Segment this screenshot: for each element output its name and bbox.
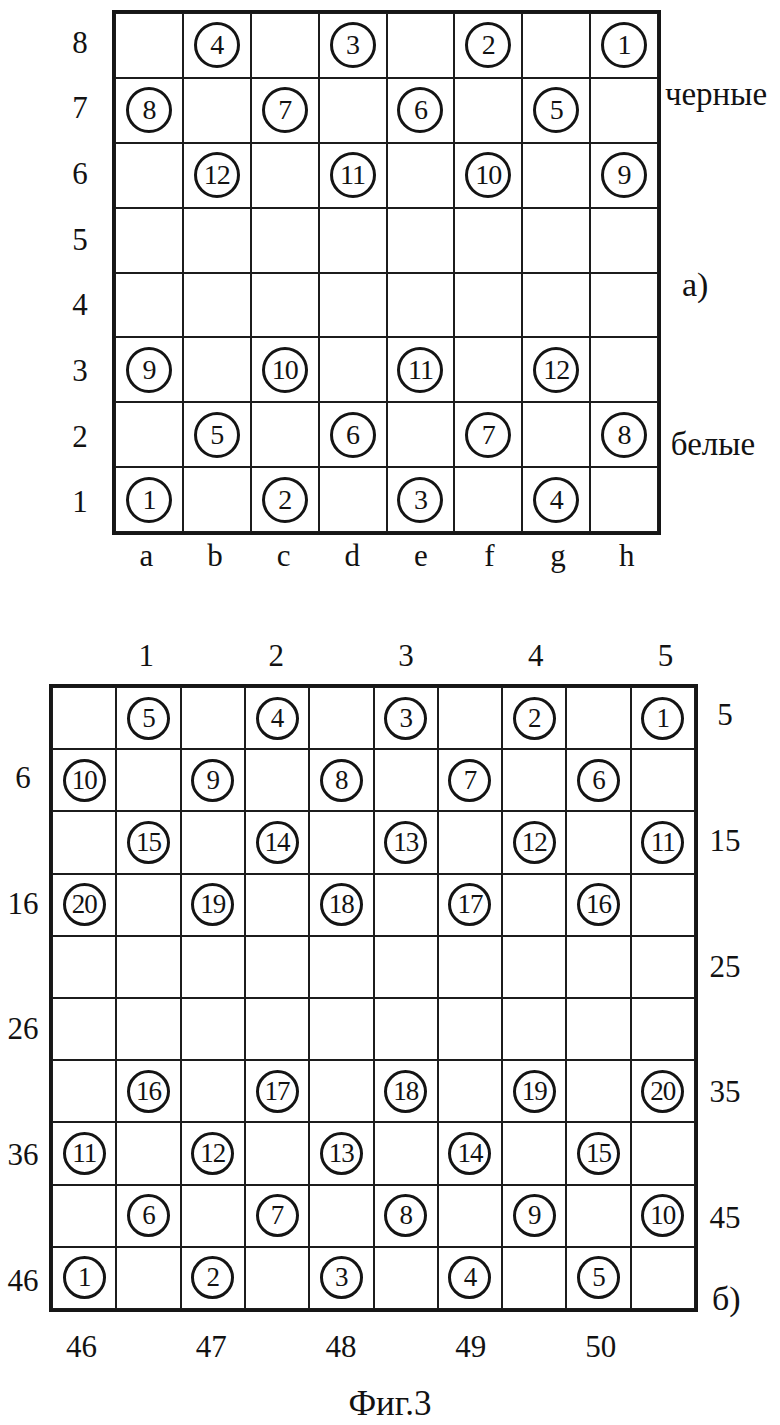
a-cell-b8: 4 <box>183 13 251 78</box>
a-cell-d7 <box>319 78 387 143</box>
b-square-43: 8 <box>374 1185 438 1247</box>
b-cell-r10c2 <box>116 1247 180 1309</box>
piece-number: 1 <box>601 22 647 68</box>
piece-number: 6 <box>397 87 443 133</box>
b-square-37: 12 <box>181 1122 245 1184</box>
b-cell-r6c6 <box>374 998 438 1060</box>
b-square-28 <box>309 998 373 1060</box>
a-cell-g1: 4 <box>522 467 590 532</box>
piece-number: 11 <box>641 821 684 864</box>
b-cell-r4c4 <box>245 874 309 936</box>
a-cell-e4 <box>387 273 455 338</box>
a-cell-d3 <box>319 337 387 402</box>
board-b-10x10: 5432110987615141312112019181716161718192… <box>49 684 698 1312</box>
a-cell-d2: 6 <box>319 402 387 467</box>
b-cell-r10c8 <box>502 1247 566 1309</box>
b-cell-r7c9 <box>566 1060 630 1122</box>
board-b-right-row-labels-45: 45 <box>700 1186 750 1249</box>
piece-number: 8 <box>601 412 647 458</box>
piece-number: 6 <box>127 1194 170 1237</box>
black-side-label: черные <box>652 76 780 113</box>
piece-number: 15 <box>127 821 170 864</box>
piece-number: 8 <box>384 1194 427 1237</box>
a-cell-a7: 8 <box>115 78 183 143</box>
piece-number: 6 <box>330 412 376 458</box>
piece-number: 9 <box>126 347 172 393</box>
board-b-top-column-labels-5: 5 <box>633 632 698 680</box>
b-square-11: 15 <box>116 811 180 873</box>
b-cell-r9c1 <box>52 1185 116 1247</box>
b-cell-r6c4 <box>245 998 309 1060</box>
b-square-9: 7 <box>438 749 502 811</box>
a-cell-c1: 2 <box>251 467 319 532</box>
board-b-right-row-labels: 515253545 <box>700 684 750 1312</box>
piece-number: 9 <box>513 1194 556 1237</box>
board-b-right-row-labels-5: 5 <box>700 684 750 747</box>
a-cell-f4 <box>454 273 522 338</box>
piece-number: 7 <box>256 1194 299 1237</box>
board-a-rank-labels-1: 1 <box>55 469 105 535</box>
a-cell-g6 <box>522 143 590 208</box>
b-square-7: 9 <box>181 749 245 811</box>
a-cell-b7 <box>183 78 251 143</box>
b-square-6: 10 <box>52 749 116 811</box>
a-cell-a5 <box>115 208 183 273</box>
piece-number: 4 <box>194 22 240 68</box>
piece-number: 16 <box>577 883 620 926</box>
a-cell-b5 <box>183 208 251 273</box>
piece-number: 12 <box>533 347 579 393</box>
piece-number: 8 <box>320 759 363 802</box>
piece-number: 11 <box>397 347 443 393</box>
b-square-1: 5 <box>116 687 180 749</box>
b-square-34: 19 <box>502 1060 566 1122</box>
piece-number: 17 <box>448 883 491 926</box>
a-cell-f8: 2 <box>454 13 522 78</box>
a-cell-g3: 12 <box>522 337 590 402</box>
b-cell-r2c8 <box>502 749 566 811</box>
piece-number: 19 <box>191 883 234 926</box>
b-square-41: 6 <box>116 1185 180 1247</box>
piece-number: 12 <box>513 821 556 864</box>
piece-number: 10 <box>641 1194 684 1237</box>
b-square-29 <box>438 998 502 1060</box>
b-cell-r5c7 <box>438 936 502 998</box>
b-square-35: 20 <box>631 1060 695 1122</box>
a-cell-b4 <box>183 273 251 338</box>
b-square-10: 6 <box>566 749 630 811</box>
b-cell-r9c3 <box>181 1185 245 1247</box>
a-cell-f6: 10 <box>454 143 522 208</box>
a-cell-f3 <box>454 337 522 402</box>
a-cell-f2: 7 <box>454 402 522 467</box>
board-a-file-labels-a: a <box>112 535 181 577</box>
piece-number: 17 <box>256 1070 299 1113</box>
piece-number: 15 <box>577 1132 620 1175</box>
b-cell-r8c6 <box>374 1122 438 1184</box>
a-cell-g7: 5 <box>522 78 590 143</box>
b-cell-r4c2 <box>116 874 180 936</box>
b-square-48: 3 <box>309 1247 373 1309</box>
piece-number: 18 <box>384 1070 427 1113</box>
b-square-39: 14 <box>438 1122 502 1184</box>
b-square-2: 4 <box>245 687 309 749</box>
board-a-8x8: 432187651211109910111256781234 <box>112 10 661 535</box>
b-cell-r7c5 <box>309 1060 373 1122</box>
b-cell-r6c2 <box>116 998 180 1060</box>
a-cell-b3 <box>183 337 251 402</box>
piece-number: 10 <box>63 759 106 802</box>
a-cell-g8 <box>522 13 590 78</box>
piece-number: 4 <box>448 1256 491 1299</box>
a-cell-g4 <box>522 273 590 338</box>
a-cell-e7: 6 <box>387 78 455 143</box>
b-cell-r7c1 <box>52 1060 116 1122</box>
piece-number: 14 <box>256 821 299 864</box>
a-cell-c5 <box>251 208 319 273</box>
piece-number: 10 <box>262 347 308 393</box>
a-cell-b2: 5 <box>183 402 251 467</box>
board-b-right-row-labels-15: 15 <box>700 810 750 873</box>
a-cell-a8 <box>115 13 183 78</box>
b-cell-r4c6 <box>374 874 438 936</box>
b-cell-r6c10 <box>631 998 695 1060</box>
piece-number: 5 <box>194 412 240 458</box>
board-a-file-labels-e: e <box>387 535 456 577</box>
a-cell-c3: 10 <box>251 337 319 402</box>
b-square-36: 11 <box>52 1122 116 1184</box>
a-cell-h1 <box>590 467 658 532</box>
b-square-45: 10 <box>631 1185 695 1247</box>
board-b-bottom-column-labels: 4647484950 <box>49 1322 698 1372</box>
b-cell-r9c9 <box>566 1185 630 1247</box>
a-cell-b1 <box>183 467 251 532</box>
a-cell-e3: 11 <box>387 337 455 402</box>
b-cell-r7c3 <box>181 1060 245 1122</box>
piece-number: 3 <box>330 22 376 68</box>
b-square-14: 12 <box>502 811 566 873</box>
piece-number: 2 <box>465 22 511 68</box>
a-cell-c4 <box>251 273 319 338</box>
piece-number: 2 <box>262 477 308 523</box>
a-cell-h6: 9 <box>590 143 658 208</box>
a-cell-h8: 1 <box>590 13 658 78</box>
board-a-rank-labels-6: 6 <box>55 141 105 207</box>
b-square-25 <box>631 936 695 998</box>
a-cell-c2 <box>251 402 319 467</box>
b-square-40: 15 <box>566 1122 630 1184</box>
piece-number: 20 <box>63 883 106 926</box>
b-cell-r10c6 <box>374 1247 438 1309</box>
a-cell-c8 <box>251 13 319 78</box>
piece-number: 11 <box>63 1132 106 1175</box>
b-square-13: 13 <box>374 811 438 873</box>
a-cell-d6: 11 <box>319 143 387 208</box>
piece-number: 18 <box>320 883 363 926</box>
piece-number: 5 <box>127 697 170 740</box>
board-a-file-labels-b: b <box>181 535 250 577</box>
board-b-bottom-column-labels-46: 46 <box>49 1322 114 1372</box>
board-a-rank-labels-4: 4 <box>55 273 105 339</box>
a-cell-h3 <box>590 337 658 402</box>
b-cell-r4c8 <box>502 874 566 936</box>
b-square-8: 8 <box>309 749 373 811</box>
board-b-top-column-labels-3: 3 <box>374 632 439 680</box>
piece-number: 10 <box>465 152 511 198</box>
board-b-bottom-column-labels-48: 48 <box>309 1322 374 1372</box>
b-cell-r10c10 <box>631 1247 695 1309</box>
a-cell-a3: 9 <box>115 337 183 402</box>
b-cell-r5c3 <box>181 936 245 998</box>
a-cell-e2 <box>387 402 455 467</box>
b-square-50: 5 <box>566 1247 630 1309</box>
piece-number: 7 <box>465 412 511 458</box>
figure-page: 87654321 432187651211109910111256781234 … <box>0 0 780 1425</box>
b-square-18: 18 <box>309 874 373 936</box>
b-square-15: 11 <box>631 811 695 873</box>
b-square-17: 19 <box>181 874 245 936</box>
piece-number: 3 <box>384 697 427 740</box>
a-cell-a1: 1 <box>115 467 183 532</box>
b-cell-r9c7 <box>438 1185 502 1247</box>
b-square-26 <box>52 998 116 1060</box>
b-cell-r3c5 <box>309 811 373 873</box>
b-square-4: 2 <box>502 687 566 749</box>
b-square-12: 14 <box>245 811 309 873</box>
board-b-top-column-labels-4: 4 <box>503 632 568 680</box>
board-a-file-labels-h: h <box>592 535 661 577</box>
b-square-20: 16 <box>566 874 630 936</box>
board-b-right-row-labels-25: 25 <box>700 935 750 998</box>
piece-number: 9 <box>191 759 234 802</box>
piece-number: 11 <box>330 152 376 198</box>
b-square-49: 4 <box>438 1247 502 1309</box>
board-b-label: б) <box>712 1280 741 1318</box>
board-a-label: а) <box>682 266 708 304</box>
b-square-33: 18 <box>374 1060 438 1122</box>
a-cell-c6 <box>251 143 319 208</box>
piece-number: 8 <box>126 87 172 133</box>
b-square-46: 1 <box>52 1247 116 1309</box>
board-b-top-column-labels-2: 2 <box>244 632 309 680</box>
board-a-rank-labels-8: 8 <box>55 10 105 76</box>
b-cell-r6c8 <box>502 998 566 1060</box>
board-a-rank-labels-2: 2 <box>55 404 105 470</box>
a-cell-f1 <box>454 467 522 532</box>
b-square-30 <box>566 998 630 1060</box>
b-square-27 <box>181 998 245 1060</box>
b-square-22 <box>245 936 309 998</box>
a-cell-g5 <box>522 208 590 273</box>
board-b-top-column-labels: 12345 <box>49 632 698 680</box>
b-cell-r8c10 <box>631 1122 695 1184</box>
b-cell-r10c4 <box>245 1247 309 1309</box>
piece-number: 3 <box>397 477 443 523</box>
a-cell-f7 <box>454 78 522 143</box>
figure-caption: Фиг.3 <box>0 1384 780 1424</box>
a-cell-h5 <box>590 208 658 273</box>
board-b-bottom-column-labels-49: 49 <box>438 1322 503 1372</box>
a-cell-a6 <box>115 143 183 208</box>
white-side-label: белые <box>658 426 768 463</box>
a-cell-e1: 3 <box>387 467 455 532</box>
board-a-file-labels: abcdefgh <box>112 535 661 577</box>
board-b-right-row-labels-35: 35 <box>700 1061 750 1124</box>
piece-number: 9 <box>601 152 647 198</box>
piece-number: 2 <box>191 1256 234 1299</box>
piece-number: 4 <box>533 477 579 523</box>
b-cell-r5c9 <box>566 936 630 998</box>
board-a-file-labels-g: g <box>524 535 593 577</box>
b-cell-r2c4 <box>245 749 309 811</box>
b-cell-r7c7 <box>438 1060 502 1122</box>
piece-number: 13 <box>384 821 427 864</box>
b-cell-r3c1 <box>52 811 116 873</box>
piece-number: 2 <box>513 697 556 740</box>
b-cell-r5c1 <box>52 936 116 998</box>
board-a-rank-labels-5: 5 <box>55 207 105 273</box>
b-cell-r1c1 <box>52 687 116 749</box>
board-b-top-column-labels-1: 1 <box>114 632 179 680</box>
piece-number: 20 <box>641 1070 684 1113</box>
piece-number: 16 <box>127 1070 170 1113</box>
b-cell-r5c5 <box>309 936 373 998</box>
piece-number: 19 <box>513 1070 556 1113</box>
b-square-44: 9 <box>502 1185 566 1247</box>
b-cell-r9c5 <box>309 1185 373 1247</box>
a-cell-a2 <box>115 402 183 467</box>
piece-number: 1 <box>63 1256 106 1299</box>
board-b-left-row-labels-16: 16 <box>0 872 46 935</box>
b-cell-r3c9 <box>566 811 630 873</box>
b-cell-r1c9 <box>566 687 630 749</box>
a-cell-c7: 7 <box>251 78 319 143</box>
board-b-bottom-column-labels-50: 50 <box>568 1322 633 1372</box>
b-square-47: 2 <box>181 1247 245 1309</box>
b-cell-r2c10 <box>631 749 695 811</box>
piece-number: 5 <box>533 87 579 133</box>
a-cell-e8 <box>387 13 455 78</box>
b-cell-r1c3 <box>181 687 245 749</box>
piece-number: 7 <box>262 87 308 133</box>
b-cell-r2c2 <box>116 749 180 811</box>
b-square-42: 7 <box>245 1185 309 1247</box>
board-b-left-row-labels: 616263646 <box>0 684 46 1312</box>
piece-number: 12 <box>194 152 240 198</box>
b-square-31: 16 <box>116 1060 180 1122</box>
piece-number: 13 <box>320 1132 363 1175</box>
b-square-23 <box>374 936 438 998</box>
a-cell-g2 <box>522 402 590 467</box>
piece-number: 7 <box>448 759 491 802</box>
board-a-file-labels-d: d <box>318 535 387 577</box>
board-a-rank-labels: 87654321 <box>55 10 105 535</box>
b-square-16: 20 <box>52 874 116 936</box>
b-cell-r3c3 <box>181 811 245 873</box>
a-cell-d1 <box>319 467 387 532</box>
piece-number: 14 <box>448 1132 491 1175</box>
piece-number: 5 <box>577 1256 620 1299</box>
board-b-left-row-labels-36: 36 <box>0 1124 46 1187</box>
a-cell-h2: 8 <box>590 402 658 467</box>
piece-number: 3 <box>320 1256 363 1299</box>
b-square-21 <box>116 936 180 998</box>
b-cell-r8c8 <box>502 1122 566 1184</box>
piece-number: 1 <box>126 477 172 523</box>
a-cell-e5 <box>387 208 455 273</box>
b-cell-r8c2 <box>116 1122 180 1184</box>
piece-number: 4 <box>256 697 299 740</box>
b-cell-r4c10 <box>631 874 695 936</box>
a-cell-e6 <box>387 143 455 208</box>
a-cell-d5 <box>319 208 387 273</box>
board-b-left-row-labels-26: 26 <box>0 998 46 1061</box>
b-cell-r1c5 <box>309 687 373 749</box>
b-cell-r8c4 <box>245 1122 309 1184</box>
a-cell-b6: 12 <box>183 143 251 208</box>
a-cell-f5 <box>454 208 522 273</box>
b-square-32: 17 <box>245 1060 309 1122</box>
b-cell-r2c6 <box>374 749 438 811</box>
board-b-bottom-column-labels-47: 47 <box>179 1322 244 1372</box>
b-square-19: 17 <box>438 874 502 936</box>
a-cell-h7 <box>590 78 658 143</box>
board-b-left-row-labels-46: 46 <box>0 1249 46 1312</box>
piece-number: 12 <box>191 1132 234 1175</box>
b-square-24 <box>502 936 566 998</box>
b-cell-r1c7 <box>438 687 502 749</box>
board-a-rank-labels-3: 3 <box>55 338 105 404</box>
a-cell-d4 <box>319 273 387 338</box>
board-a-file-labels-c: c <box>249 535 318 577</box>
a-cell-a4 <box>115 273 183 338</box>
board-a-file-labels-f: f <box>455 535 524 577</box>
piece-number: 6 <box>577 759 620 802</box>
a-cell-d8: 3 <box>319 13 387 78</box>
board-b-left-row-labels-6: 6 <box>0 747 46 810</box>
piece-number: 1 <box>641 697 684 740</box>
a-cell-h4 <box>590 273 658 338</box>
b-square-3: 3 <box>374 687 438 749</box>
b-square-38: 13 <box>309 1122 373 1184</box>
b-cell-r3c7 <box>438 811 502 873</box>
b-square-5: 1 <box>631 687 695 749</box>
board-a-rank-labels-7: 7 <box>55 76 105 142</box>
